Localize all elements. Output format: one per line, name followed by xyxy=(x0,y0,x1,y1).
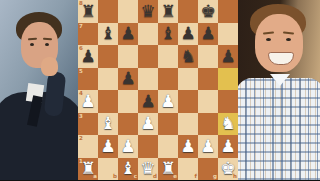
black-pawn-c5: ♟ xyxy=(120,70,135,87)
rank-label-2: 2 xyxy=(79,136,83,142)
square-e4: ♟ xyxy=(158,90,178,113)
square-a5: 5 xyxy=(78,68,98,91)
square-e2 xyxy=(158,135,178,158)
right-player-eye xyxy=(286,38,291,41)
square-e7: ♝ xyxy=(158,23,178,46)
square-g7: ♟ xyxy=(198,23,218,46)
square-c3 xyxy=(118,113,138,136)
square-h8 xyxy=(218,0,238,23)
square-g3 xyxy=(198,113,218,136)
black-bishop-b7: ♝ xyxy=(100,25,115,42)
square-f1: f xyxy=(178,158,198,181)
rank-label-3: 3 xyxy=(79,114,83,120)
square-d4: ♟ xyxy=(138,90,158,113)
square-a3: 3 xyxy=(78,113,98,136)
black-rook-a8: ♜ xyxy=(80,2,95,19)
square-g6 xyxy=(198,45,218,68)
square-a4: 4♟ xyxy=(78,90,98,113)
file-label-b: b xyxy=(113,174,117,180)
white-pawn-c2: ♟ xyxy=(120,137,135,154)
square-a6: 6♟ xyxy=(78,45,98,68)
left-player-hand-on-chin xyxy=(41,57,58,76)
square-f2: ♟ xyxy=(178,135,198,158)
white-bishop-b3: ♝ xyxy=(100,115,115,132)
square-g8: ♚ xyxy=(198,0,218,23)
left-player-eye xyxy=(30,43,34,46)
square-h7 xyxy=(218,23,238,46)
square-f4 xyxy=(178,90,198,113)
square-f7: ♟ xyxy=(178,23,198,46)
black-pawn-f7: ♟ xyxy=(180,25,195,42)
black-knight-f6: ♞ xyxy=(180,47,195,64)
white-pawn-f2: ♟ xyxy=(180,137,195,154)
square-d8: ♛ xyxy=(138,0,158,23)
square-e1: e♜ xyxy=(158,158,178,181)
square-c5: ♟ xyxy=(118,68,138,91)
square-c8 xyxy=(118,0,138,23)
black-pawn-a6: ♟ xyxy=(80,47,95,64)
right-player-photo xyxy=(238,0,320,180)
square-h3: ♞ xyxy=(218,113,238,136)
right-player-checkered-shirt xyxy=(238,78,320,180)
square-h1: h♚ xyxy=(218,158,238,181)
square-g5 xyxy=(198,68,218,91)
white-bishop-c1: ♝ xyxy=(120,160,135,177)
square-e3 xyxy=(158,113,178,136)
square-d6 xyxy=(138,45,158,68)
square-g4 xyxy=(198,90,218,113)
square-c6 xyxy=(118,45,138,68)
white-rook-a1: ♜ xyxy=(80,160,95,177)
rank-label-5: 5 xyxy=(79,69,83,75)
white-king-h1: ♚ xyxy=(220,160,235,177)
thumbnail-stage: 8♜♛♜♚7♝♟♝♟♟6♟♞♟5♟4♟♟♟3♝♟♞2♟♟♟♟♟1a♜bc♝d♛e… xyxy=(0,0,320,180)
white-pawn-a4: ♟ xyxy=(80,92,95,109)
white-pawn-e4: ♟ xyxy=(160,92,175,109)
square-c4 xyxy=(118,90,138,113)
square-d3: ♟ xyxy=(138,113,158,136)
square-h5 xyxy=(218,68,238,91)
square-b6 xyxy=(98,45,118,68)
black-rook-e8: ♜ xyxy=(160,2,175,19)
square-d1: d♛ xyxy=(138,158,158,181)
square-f5 xyxy=(178,68,198,91)
white-pawn-d3: ♟ xyxy=(140,115,155,132)
square-b5 xyxy=(98,68,118,91)
square-c7: ♟ xyxy=(118,23,138,46)
rank-label-7: 7 xyxy=(79,24,83,30)
square-b4 xyxy=(98,90,118,113)
square-d7 xyxy=(138,23,158,46)
square-e5 xyxy=(158,68,178,91)
square-a2: 2 xyxy=(78,135,98,158)
square-h2: ♟ xyxy=(218,135,238,158)
square-f6: ♞ xyxy=(178,45,198,68)
square-e6 xyxy=(158,45,178,68)
black-king-g8: ♚ xyxy=(200,2,215,19)
square-g1: g xyxy=(198,158,218,181)
right-player-eye xyxy=(266,38,271,41)
square-f8 xyxy=(178,0,198,23)
square-f3 xyxy=(178,113,198,136)
black-pawn-d4: ♟ xyxy=(140,92,155,109)
square-c2: ♟ xyxy=(118,135,138,158)
square-e8: ♜ xyxy=(158,0,178,23)
white-queen-d1: ♛ xyxy=(140,160,155,177)
black-bishop-e7: ♝ xyxy=(160,25,175,42)
square-c1: c♝ xyxy=(118,158,138,181)
square-a1: 1a♜ xyxy=(78,158,98,181)
square-b7: ♝ xyxy=(98,23,118,46)
square-a7: 7 xyxy=(78,23,98,46)
chess-board: 8♜♛♜♚7♝♟♝♟♟6♟♞♟5♟4♟♟♟3♝♟♞2♟♟♟♟♟1a♜bc♝d♛e… xyxy=(78,0,238,180)
square-a8: 8♜ xyxy=(78,0,98,23)
square-b1: b xyxy=(98,158,118,181)
square-g2: ♟ xyxy=(198,135,218,158)
square-b3: ♝ xyxy=(98,113,118,136)
file-label-g: g xyxy=(213,174,217,180)
black-pawn-g7: ♟ xyxy=(200,25,215,42)
black-pawn-h6: ♟ xyxy=(220,47,235,64)
left-player-photo xyxy=(0,0,78,180)
square-d2 xyxy=(138,135,158,158)
square-h4 xyxy=(218,90,238,113)
square-h6: ♟ xyxy=(218,45,238,68)
white-pawn-h2: ♟ xyxy=(220,137,235,154)
white-rook-e1: ♜ xyxy=(160,160,175,177)
square-b8 xyxy=(98,0,118,23)
file-label-f: f xyxy=(195,174,197,180)
left-player-eye xyxy=(45,43,49,46)
black-queen-d8: ♛ xyxy=(140,2,155,19)
black-pawn-c7: ♟ xyxy=(120,25,135,42)
white-knight-h3: ♞ xyxy=(220,115,235,132)
square-d5 xyxy=(138,68,158,91)
white-pawn-g2: ♟ xyxy=(200,137,215,154)
white-pawn-b2: ♟ xyxy=(100,137,115,154)
square-b2: ♟ xyxy=(98,135,118,158)
